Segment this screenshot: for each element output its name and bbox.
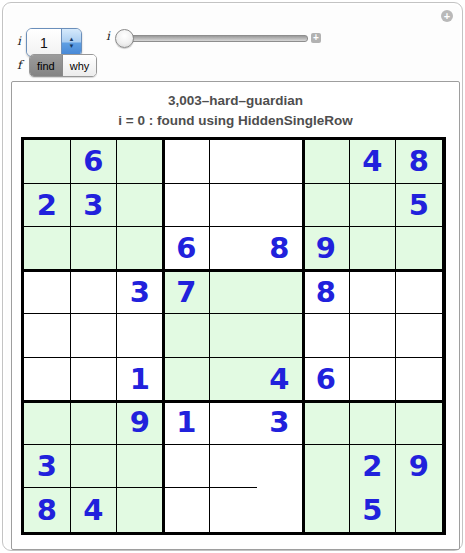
cell-r7c8 — [350, 401, 397, 445]
cell-r2c2: 3 — [71, 184, 118, 228]
cell-r7c6: 3 — [257, 401, 304, 445]
cell-r3c7: 9 — [303, 227, 350, 271]
cell-r1c9: 8 — [396, 140, 443, 184]
cell-r8c6 — [257, 445, 304, 489]
cell-r2c6 — [257, 184, 304, 228]
cell-r3c6: 8 — [257, 227, 304, 271]
cell-r6c2 — [71, 358, 118, 402]
cell-r8c9: 9 — [396, 445, 443, 489]
cell-r8c1: 3 — [24, 445, 71, 489]
cell-r9c7 — [303, 488, 350, 532]
cell-r2c5 — [210, 184, 257, 228]
cell-r3c2 — [71, 227, 118, 271]
slider-label: i — [106, 29, 110, 43]
cell-r4c6 — [257, 271, 304, 315]
cell-r1c5 — [210, 140, 257, 184]
cell-r1c3 — [117, 140, 164, 184]
cell-r6c4 — [164, 358, 211, 402]
puzzle-title: 3,003–hard–guardian — [12, 93, 459, 108]
cell-r2c7 — [303, 184, 350, 228]
cell-r9c3 — [117, 488, 164, 532]
cell-r3c3 — [117, 227, 164, 271]
cell-r5c3 — [117, 314, 164, 358]
box-divider-vertical-2 — [302, 140, 305, 532]
cell-r1c7 — [303, 140, 350, 184]
cell-r6c7: 6 — [303, 358, 350, 402]
cell-r7c7 — [303, 401, 350, 445]
cell-r6c8 — [350, 358, 397, 402]
box-divider-horizontal-1 — [24, 269, 443, 272]
cell-r6c5 — [210, 358, 257, 402]
box-divider-vertical-1 — [162, 140, 165, 532]
stepper-up-icon[interactable]: ▲ — [69, 36, 75, 42]
cell-r4c5 — [210, 271, 257, 315]
cell-r3c1 — [24, 227, 71, 271]
cell-r7c9 — [396, 401, 443, 445]
find-why-toggle: find why — [29, 54, 97, 77]
cell-r5c8 — [350, 314, 397, 358]
popup-label: i — [17, 34, 21, 48]
cell-r2c3 — [117, 184, 164, 228]
toggle-option-find[interactable]: find — [30, 55, 63, 76]
cell-r8c2 — [71, 445, 118, 489]
cell-r1c6 — [257, 140, 304, 184]
cell-r1c4 — [164, 140, 211, 184]
cell-r5c7 — [303, 314, 350, 358]
cell-r6c9 — [396, 358, 443, 402]
cell-r4c7: 8 — [303, 271, 350, 315]
cell-r4c8 — [350, 271, 397, 315]
cell-r1c1 — [24, 140, 71, 184]
cell-r5c4 — [164, 314, 211, 358]
cell-r9c6 — [257, 488, 304, 532]
cell-r4c4: 7 — [164, 271, 211, 315]
cell-r4c1 — [24, 271, 71, 315]
toggle-option-why[interactable]: why — [63, 55, 97, 76]
cell-r6c3: 1 — [117, 358, 164, 402]
slider-expand-button[interactable]: + — [311, 33, 321, 43]
cell-r8c3 — [117, 445, 164, 489]
puzzle-status: i = 0 : found using HiddenSingleRow — [12, 113, 459, 128]
cell-r1c2: 6 — [71, 140, 118, 184]
cell-r2c9: 5 — [396, 184, 443, 228]
cell-r2c1: 2 — [24, 184, 71, 228]
cell-r9c5 — [210, 488, 257, 532]
cell-r4c2 — [71, 271, 118, 315]
cell-r1c8: 4 — [350, 140, 397, 184]
cell-r5c9 — [396, 314, 443, 358]
cell-r6c6: 4 — [257, 358, 304, 402]
cell-r9c1: 8 — [24, 488, 71, 532]
stepper-arrows[interactable]: ▲ ▼ — [61, 29, 81, 56]
index-popup-stepper[interactable]: 1 ▲ ▼ — [26, 28, 82, 57]
cell-r7c3: 9 — [117, 401, 164, 445]
cell-r5c6 — [257, 314, 304, 358]
cell-r3c5 — [210, 227, 257, 271]
manipulate-window: + i 1 ▲ ▼ i + f find why 3,003–hard–guar… — [2, 2, 463, 551]
stepper-down-icon[interactable]: ▼ — [69, 43, 75, 49]
sudoku-board: 648235689378146913329845 — [21, 137, 446, 535]
cell-r9c9 — [396, 488, 443, 532]
cell-r9c2: 4 — [71, 488, 118, 532]
cell-r9c4 — [164, 488, 211, 532]
box-divider-horizontal-2 — [24, 400, 443, 403]
cell-r8c4 — [164, 445, 211, 489]
cell-r2c4 — [164, 184, 211, 228]
cell-r8c8: 2 — [350, 445, 397, 489]
slider-thumb[interactable] — [115, 29, 134, 48]
cell-r2c8 — [350, 184, 397, 228]
cell-r9c8: 5 — [350, 488, 397, 532]
cell-r7c2 — [71, 401, 118, 445]
cell-r7c5 — [210, 401, 257, 445]
slider-track[interactable] — [116, 35, 308, 42]
manipulate-expand-icon[interactable]: + — [441, 10, 453, 22]
cell-r5c1 — [24, 314, 71, 358]
toggle-label: f — [17, 58, 21, 72]
popup-value[interactable]: 1 — [27, 29, 61, 56]
cell-r6c1 — [24, 358, 71, 402]
puzzle-panel: 3,003–hard–guardian i = 0 : found using … — [11, 81, 460, 550]
cell-r7c4: 1 — [164, 401, 211, 445]
cell-r3c4: 6 — [164, 227, 211, 271]
cell-r4c3: 3 — [117, 271, 164, 315]
cell-r8c5 — [210, 445, 257, 489]
cell-r5c5 — [210, 314, 257, 358]
cell-r4c9 — [396, 271, 443, 315]
cell-r3c8 — [350, 227, 397, 271]
cell-r7c1 — [24, 401, 71, 445]
cell-r3c9 — [396, 227, 443, 271]
cell-r8c7 — [303, 445, 350, 489]
cell-r5c2 — [71, 314, 118, 358]
